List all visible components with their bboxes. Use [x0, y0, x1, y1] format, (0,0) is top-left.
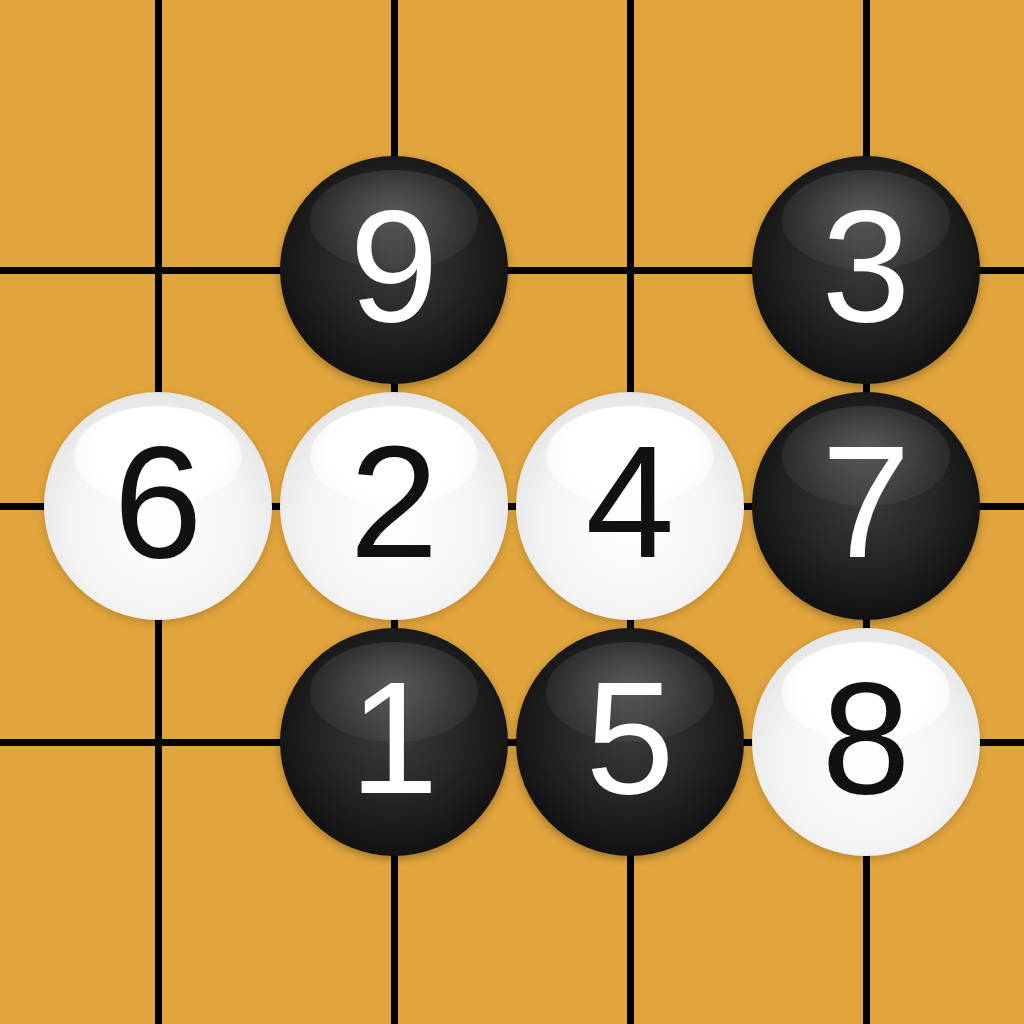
stone-move-number: 1 — [350, 658, 439, 818]
stone-move-number: 6 — [114, 422, 203, 582]
stone-black-7[interactable]: 7 — [752, 392, 980, 620]
stone-move-number: 8 — [822, 658, 911, 818]
stone-black-1[interactable]: 1 — [280, 628, 508, 856]
stone-move-number: 5 — [586, 658, 675, 818]
stone-black-5[interactable]: 5 — [516, 628, 744, 856]
stone-white-6[interactable]: 6 — [44, 392, 272, 620]
stone-white-2[interactable]: 2 — [280, 392, 508, 620]
stone-black-3[interactable]: 3 — [752, 156, 980, 384]
stone-move-number: 4 — [586, 422, 675, 582]
stone-move-number: 2 — [350, 422, 439, 582]
stone-black-9[interactable]: 9 — [280, 156, 508, 384]
stone-move-number: 7 — [822, 422, 911, 582]
stone-move-number: 9 — [350, 186, 439, 346]
stone-white-8[interactable]: 8 — [752, 628, 980, 856]
go-board[interactable]: 123456789 — [0, 0, 1024, 1024]
stone-white-4[interactable]: 4 — [516, 392, 744, 620]
stone-move-number: 3 — [822, 186, 911, 346]
